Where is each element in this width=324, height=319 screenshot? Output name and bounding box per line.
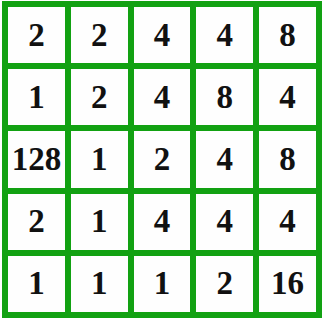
grid-cell: 4: [134, 194, 191, 250]
grid-cell: 4: [196, 131, 253, 187]
grid-cell: 2: [134, 131, 191, 187]
grid-cell: 4: [134, 7, 191, 63]
grid-cell: 1: [71, 256, 128, 312]
grid-cell: 16: [259, 256, 316, 312]
grid-cell: 2: [8, 194, 65, 250]
grid-cell: 2: [196, 256, 253, 312]
grid-cell: 1: [134, 256, 191, 312]
grid-cell: 128: [8, 131, 65, 187]
grid-cell: 4: [259, 69, 316, 125]
grid-cell: 8: [196, 69, 253, 125]
puzzle-board: 2244812484128124821444111216: [2, 1, 322, 318]
grid-cell: 2: [71, 7, 128, 63]
grid-cell: 4: [196, 194, 253, 250]
grid-cell: 1: [71, 194, 128, 250]
grid-cell: 8: [259, 131, 316, 187]
grid-cell: 4: [134, 69, 191, 125]
grid-cell: 1: [71, 131, 128, 187]
grid-cell: 1: [8, 69, 65, 125]
grid-cell: 2: [71, 69, 128, 125]
grid-cell: 8: [259, 7, 316, 63]
grid-cell: 4: [259, 194, 316, 250]
grid-cell: 4: [196, 7, 253, 63]
grid-cell: 1: [8, 256, 65, 312]
grid-cell: 2: [8, 7, 65, 63]
